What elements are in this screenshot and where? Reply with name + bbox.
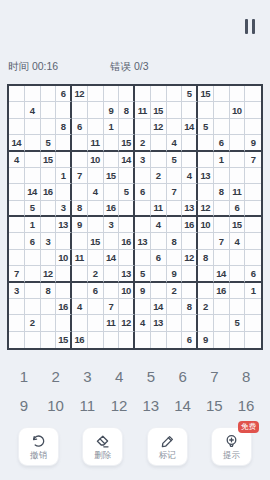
grid-cell-r9c13[interactable]: 10 <box>198 217 214 233</box>
grid-cell-r15c11[interactable] <box>167 315 183 331</box>
grid-cell-r8c5[interactable]: 8 <box>72 201 88 217</box>
undo-label: 撤销 <box>30 451 47 460</box>
grid-cell-r4c2[interactable] <box>25 135 41 151</box>
grid-cell-r15c2[interactable]: 2 <box>25 315 41 331</box>
grid-cell-r16c15[interactable] <box>230 332 246 348</box>
errors-display: 错误 0/3 <box>110 60 149 74</box>
grid-cell-r13c11[interactable]: 2 <box>167 283 183 299</box>
grid-cell-r12c11[interactable]: 9 <box>167 266 183 282</box>
grid-cell-r1c6[interactable] <box>88 86 104 102</box>
grid-cell-r7c3[interactable]: 16 <box>41 184 57 200</box>
grid-cell-r12c2[interactable] <box>25 266 41 282</box>
grid-cell-r5c3[interactable]: 15 <box>41 152 57 168</box>
grid-cell-r14c11[interactable] <box>167 299 183 315</box>
grid-cell-r16c3[interactable] <box>41 332 57 348</box>
grid-cell-r10c1[interactable] <box>9 233 25 249</box>
grid-cell-r6c13[interactable]: 13 <box>198 168 214 184</box>
numpad-key-4[interactable]: 4 <box>103 362 135 391</box>
numpad-key-9[interactable]: 9 <box>8 391 40 420</box>
grid-cell-r1c14[interactable] <box>214 86 230 102</box>
sudoku-board: 6125154981115108611214514511152469415101… <box>7 84 263 350</box>
grid-cell-r7c2[interactable]: 14 <box>25 184 41 200</box>
grid-cell-r3c13[interactable]: 5 <box>198 119 214 135</box>
grid-cell-r2c2[interactable]: 4 <box>25 102 41 118</box>
grid-cell-r2c4[interactable] <box>56 102 72 118</box>
grid-cell-r12c14[interactable]: 14 <box>214 266 230 282</box>
grid-cell-r9c11[interactable] <box>167 217 183 233</box>
grid-cell-r12c1[interactable]: 7 <box>9 266 25 282</box>
grid-cell-r5c4[interactable] <box>56 152 72 168</box>
grid-cell-r16c2[interactable] <box>25 332 41 348</box>
grid-cell-r8c8[interactable] <box>119 201 135 217</box>
grid-cell-r2c7[interactable]: 9 <box>104 102 120 118</box>
grid-cell-r9c8[interactable] <box>119 217 135 233</box>
grid-cell-r11c15[interactable] <box>230 250 246 266</box>
grid-cell-r6c6[interactable] <box>88 168 104 184</box>
grid-cell-r11c11[interactable] <box>167 250 183 266</box>
grid-cell-r15c7[interactable]: 11 <box>104 315 120 331</box>
grid-cell-r5c6[interactable]: 10 <box>88 152 104 168</box>
grid-cell-r13c16[interactable]: 1 <box>245 283 261 299</box>
mark-button[interactable]: 标记 <box>147 427 188 466</box>
grid-cell-r9c6[interactable] <box>88 217 104 233</box>
numpad-key-16[interactable]: 16 <box>230 391 262 420</box>
grid-cell-r11c3[interactable] <box>41 250 57 266</box>
grid-cell-r11c4[interactable]: 10 <box>56 250 72 266</box>
grid-cell-r4c8[interactable]: 15 <box>119 135 135 151</box>
grid-cell-r11c8[interactable] <box>119 250 135 266</box>
grid-cell-r3c4[interactable]: 8 <box>56 119 72 135</box>
grid-cell-r15c9[interactable]: 4 <box>135 315 151 331</box>
grid-cell-r10c13[interactable] <box>198 233 214 249</box>
grid-cell-r10c8[interactable]: 16 <box>119 233 135 249</box>
grid-cell-r15c10[interactable]: 13 <box>151 315 167 331</box>
pause-icon <box>252 19 255 34</box>
grid-cell-r6c3[interactable] <box>41 168 57 184</box>
grid-cell-r4c1[interactable]: 14 <box>9 135 25 151</box>
grid-cell-r7c4[interactable] <box>56 184 72 200</box>
hint-label: 提示 <box>223 451 240 460</box>
grid-cell-r2c10[interactable]: 15 <box>151 102 167 118</box>
grid-cell-r9c12[interactable]: 16 <box>182 217 198 233</box>
grid-cell-r5c1[interactable]: 4 <box>9 152 25 168</box>
grid-cell-r11c7[interactable]: 14 <box>104 250 120 266</box>
grid-cell-r6c15[interactable] <box>230 168 246 184</box>
grid-cell-r8c16[interactable] <box>245 201 261 217</box>
grid-cell-r7c10[interactable] <box>151 184 167 200</box>
grid-cell-r14c10[interactable]: 14 <box>151 299 167 315</box>
grid-cell-r13c13[interactable] <box>198 283 214 299</box>
hint-button[interactable]: 免费 提示 <box>211 427 252 466</box>
grid-cell-r5c16[interactable]: 7 <box>245 152 261 168</box>
grid-cell-r15c16[interactable] <box>245 315 261 331</box>
grid-cell-r6c8[interactable] <box>119 168 135 184</box>
grid-cell-r14c2[interactable] <box>25 299 41 315</box>
grid-cell-r6c2[interactable] <box>25 168 41 184</box>
grid-cell-r7c11[interactable]: 7 <box>167 184 183 200</box>
numpad-key-12[interactable]: 12 <box>103 391 135 420</box>
numpad-key-3[interactable]: 3 <box>72 362 104 391</box>
numpad-key-13[interactable]: 13 <box>135 391 167 420</box>
grid-cell-r5c10[interactable] <box>151 152 167 168</box>
grid-cell-r6c4[interactable]: 1 <box>56 168 72 184</box>
grid-cell-r10c2[interactable]: 6 <box>25 233 41 249</box>
grid-cell-r16c12[interactable]: 6 <box>182 332 198 348</box>
grid-cell-r16c13[interactable]: 9 <box>198 332 214 348</box>
grid-cell-r15c12[interactable] <box>182 315 198 331</box>
grid-cell-r2c14[interactable] <box>214 102 230 118</box>
grid-cell-r16c16[interactable] <box>245 332 261 348</box>
grid-cell-r14c13[interactable]: 2 <box>198 299 214 315</box>
grid-cell-r6c5[interactable]: 7 <box>72 168 88 184</box>
grid-cell-r10c11[interactable]: 8 <box>167 233 183 249</box>
grid-cell-r5c2[interactable] <box>25 152 41 168</box>
grid-cell-r12c7[interactable] <box>104 266 120 282</box>
grid-cell-r8c13[interactable]: 12 <box>198 201 214 217</box>
grid-cell-r4c12[interactable] <box>182 135 198 151</box>
grid-cell-r12c4[interactable] <box>56 266 72 282</box>
grid-cell-r16c7[interactable] <box>104 332 120 348</box>
grid-cell-r13c15[interactable] <box>230 283 246 299</box>
undo-icon <box>31 434 46 449</box>
grid-cell-r13c1[interactable]: 3 <box>9 283 25 299</box>
grid-cell-r5c15[interactable] <box>230 152 246 168</box>
grid-cell-r9c1[interactable] <box>9 217 25 233</box>
numpad-key-1[interactable]: 1 <box>8 362 40 391</box>
grid-cell-r14c14[interactable] <box>214 299 230 315</box>
grid-cell-r8c4[interactable]: 3 <box>56 201 72 217</box>
mark-label: 标记 <box>159 451 176 460</box>
grid-cell-r6c1[interactable] <box>9 168 25 184</box>
grid-cell-r9c9[interactable] <box>135 217 151 233</box>
grid-cell-r7c6[interactable]: 4 <box>88 184 104 200</box>
grid-cell-r4c16[interactable]: 9 <box>245 135 261 151</box>
numpad-key-2[interactable]: 2 <box>40 362 72 391</box>
grid-cell-r1c12[interactable]: 5 <box>182 86 198 102</box>
grid-cell-r10c10[interactable] <box>151 233 167 249</box>
grid-cell-r4c11[interactable]: 4 <box>167 135 183 151</box>
grid-cell-r3c1[interactable] <box>9 119 25 135</box>
grid-cell-r13c4[interactable] <box>56 283 72 299</box>
grid-cell-r5c11[interactable]: 5 <box>167 152 183 168</box>
numpad-key-15[interactable]: 15 <box>199 391 231 420</box>
grid-cell-r10c4[interactable] <box>56 233 72 249</box>
grid-cell-r11c1[interactable] <box>9 250 25 266</box>
time-display: 时间 00:16 <box>8 60 58 74</box>
grid-cell-r10c12[interactable] <box>182 233 198 249</box>
grid-cell-r16c10[interactable] <box>151 332 167 348</box>
grid-cell-r1c10[interactable] <box>151 86 167 102</box>
grid-cell-r8c14[interactable] <box>214 201 230 217</box>
number-pad: 12345678 910111213141516 <box>0 362 270 420</box>
grid-cell-r15c1[interactable] <box>9 315 25 331</box>
grid-cell-r2c8[interactable]: 8 <box>119 102 135 118</box>
grid-cell-r9c15[interactable]: 15 <box>230 217 246 233</box>
grid-cell-r8c15[interactable]: 6 <box>230 201 246 217</box>
delete-label: 删除 <box>94 451 111 460</box>
grid-cell-r16c4[interactable]: 15 <box>56 332 72 348</box>
grid-cell-r16c8[interactable] <box>119 332 135 348</box>
grid-cell-r3c5[interactable]: 6 <box>72 119 88 135</box>
grid-cell-r15c3[interactable] <box>41 315 57 331</box>
grid-cell-r13c9[interactable]: 9 <box>135 283 151 299</box>
grid-cell-r12c12[interactable] <box>182 266 198 282</box>
grid-cell-r12c13[interactable] <box>198 266 214 282</box>
grid-cell-r4c5[interactable] <box>72 135 88 151</box>
grid-cell-r16c9[interactable] <box>135 332 151 348</box>
eraser-icon <box>95 434 110 449</box>
grid-cell-r12c6[interactable]: 2 <box>88 266 104 282</box>
grid-cell-r15c15[interactable]: 5 <box>230 315 246 331</box>
grid-cell-r4c4[interactable] <box>56 135 72 151</box>
grid-cell-r7c13[interactable] <box>198 184 214 200</box>
grid-cell-r8c2[interactable]: 5 <box>25 201 41 217</box>
grid-cell-r12c5[interactable] <box>72 266 88 282</box>
grid-cell-r2c6[interactable] <box>88 102 104 118</box>
grid-cell-r6c12[interactable]: 4 <box>182 168 198 184</box>
grid-cell-r10c7[interactable] <box>104 233 120 249</box>
grid-cell-r14c1[interactable] <box>9 299 25 315</box>
grid-cell-r11c14[interactable] <box>214 250 230 266</box>
grid-cell-r4c15[interactable] <box>230 135 246 151</box>
grid-cell-r2c13[interactable] <box>198 102 214 118</box>
grid-cell-r8c3[interactable] <box>41 201 57 217</box>
grid-cell-r7c15[interactable]: 11 <box>230 184 246 200</box>
grid-cell-r8c11[interactable] <box>167 201 183 217</box>
numpad-key-5[interactable]: 5 <box>135 362 167 391</box>
grid-cell-r16c14[interactable] <box>214 332 230 348</box>
numpad-key-8[interactable]: 8 <box>230 362 262 391</box>
grid-cell-r8c6[interactable] <box>88 201 104 217</box>
grid-cell-r14c9[interactable] <box>135 299 151 315</box>
grid-cell-r15c5[interactable] <box>72 315 88 331</box>
grid-cell-r2c15[interactable]: 10 <box>230 102 246 118</box>
grid-cell-r15c8[interactable]: 12 <box>119 315 135 331</box>
grid-cell-r5c13[interactable] <box>198 152 214 168</box>
grid-cell-r6c10[interactable]: 2 <box>151 168 167 184</box>
grid-cell-r4c14[interactable]: 6 <box>214 135 230 151</box>
grid-cell-r9c7[interactable]: 3 <box>104 217 120 233</box>
grid-cell-r11c6[interactable] <box>88 250 104 266</box>
grid-cell-r1c8[interactable] <box>119 86 135 102</box>
grid-cell-r1c4[interactable]: 6 <box>56 86 72 102</box>
grid-cell-r7c16[interactable] <box>245 184 261 200</box>
grid-cell-r14c16[interactable] <box>245 299 261 315</box>
grid-cell-r14c6[interactable] <box>88 299 104 315</box>
number-pad-row-1: 12345678 <box>0 362 270 391</box>
grid-cell-r13c10[interactable] <box>151 283 167 299</box>
grid-cell-r6c7[interactable]: 15 <box>104 168 120 184</box>
grid-cell-r4c7[interactable] <box>104 135 120 151</box>
grid-cell-r10c6[interactable]: 15 <box>88 233 104 249</box>
grid-cell-r9c3[interactable] <box>41 217 57 233</box>
grid-cell-r13c3[interactable]: 8 <box>41 283 57 299</box>
grid-cell-r10c9[interactable]: 13 <box>135 233 151 249</box>
grid-cell-r1c15[interactable] <box>230 86 246 102</box>
grid-cell-r12c8[interactable]: 13 <box>119 266 135 282</box>
grid-cell-r5c14[interactable]: 1 <box>214 152 230 168</box>
grid-cell-r7c9[interactable]: 6 <box>135 184 151 200</box>
grid-cell-r10c16[interactable] <box>245 233 261 249</box>
grid-cell-r4c9[interactable]: 2 <box>135 135 151 151</box>
grid-cell-r7c7[interactable] <box>104 184 120 200</box>
grid-cell-r16c6[interactable] <box>88 332 104 348</box>
grid-cell-r11c13[interactable]: 8 <box>198 250 214 266</box>
grid-cell-r2c12[interactable] <box>182 102 198 118</box>
grid-cell-r3c14[interactable] <box>214 119 230 135</box>
grid-cell-r13c14[interactable]: 16 <box>214 283 230 299</box>
grid-cell-r16c1[interactable] <box>9 332 25 348</box>
grid-cell-r5c8[interactable]: 14 <box>119 152 135 168</box>
grid-cell-r14c15[interactable] <box>230 299 246 315</box>
grid-cell-r15c6[interactable] <box>88 315 104 331</box>
hint-bulb-icon <box>224 434 239 449</box>
grid-cell-r11c9[interactable] <box>135 250 151 266</box>
grid-cell-r1c13[interactable]: 15 <box>198 86 214 102</box>
grid-cell-r12c3[interactable]: 12 <box>41 266 57 282</box>
grid-cell-r1c11[interactable] <box>167 86 183 102</box>
grid-cell-r3c8[interactable] <box>119 119 135 135</box>
grid-cell-r12c16[interactable]: 6 <box>245 266 261 282</box>
grid-cell-r14c4[interactable]: 16 <box>56 299 72 315</box>
grid-cell-r7c8[interactable]: 5 <box>119 184 135 200</box>
grid-cell-r3c12[interactable]: 14 <box>182 119 198 135</box>
pause-button[interactable] <box>239 17 261 35</box>
grid-cell-r3c6[interactable] <box>88 119 104 135</box>
grid-cell-r3c16[interactable] <box>245 119 261 135</box>
grid-cell-r7c14[interactable]: 8 <box>214 184 230 200</box>
grid-cell-r3c7[interactable]: 1 <box>104 119 120 135</box>
grid-cell-r2c5[interactable] <box>72 102 88 118</box>
grid-cell-r8c1[interactable] <box>9 201 25 217</box>
grid-cell-r13c5[interactable] <box>72 283 88 299</box>
grid-cell-r16c5[interactable]: 16 <box>72 332 88 348</box>
grid-cell-r13c8[interactable]: 10 <box>119 283 135 299</box>
grid-cell-r2c1[interactable] <box>9 102 25 118</box>
grid-cell-r9c16[interactable] <box>245 217 261 233</box>
grid-cell-r5c7[interactable] <box>104 152 120 168</box>
numpad-key-10[interactable]: 10 <box>40 391 72 420</box>
grid-cell-r5c5[interactable] <box>72 152 88 168</box>
grid-cell-r6c9[interactable] <box>135 168 151 184</box>
grid-cell-r14c5[interactable]: 4 <box>72 299 88 315</box>
numpad-key-11[interactable]: 11 <box>72 391 104 420</box>
grid-cell-r1c7[interactable] <box>104 86 120 102</box>
numpad-key-7[interactable]: 7 <box>199 362 231 391</box>
numpad-key-6[interactable]: 6 <box>167 362 199 391</box>
grid-cell-r6c11[interactable] <box>167 168 183 184</box>
grid-cell-r13c6[interactable]: 6 <box>88 283 104 299</box>
pause-icon <box>245 19 248 34</box>
grid-cell-r1c9[interactable] <box>135 86 151 102</box>
info-row: 时间 00:16 错误 0/3 <box>0 60 270 74</box>
undo-button[interactable]: 撤销 <box>18 427 59 466</box>
grid-cell-r8c9[interactable] <box>135 201 151 217</box>
grid-cell-r1c1[interactable] <box>9 86 25 102</box>
grid-cell-r14c8[interactable] <box>119 299 135 315</box>
grid-cell-r1c3[interactable] <box>41 86 57 102</box>
grid-cell-r7c5[interactable] <box>72 184 88 200</box>
grid-cell-r15c4[interactable] <box>56 315 72 331</box>
grid-cell-r5c12[interactable] <box>182 152 198 168</box>
grid-cell-r13c12[interactable] <box>182 283 198 299</box>
free-badge: 免费 <box>238 421 259 433</box>
grid-cell-r14c12[interactable]: 8 <box>182 299 198 315</box>
grid-cell-r5c9[interactable]: 3 <box>135 152 151 168</box>
grid-cell-r6c16[interactable] <box>245 168 261 184</box>
grid-cell-r12c9[interactable]: 5 <box>135 266 151 282</box>
grid-cell-r3c2[interactable] <box>25 119 41 135</box>
grid-cell-r6c14[interactable] <box>214 168 230 184</box>
grid-cell-r9c14[interactable] <box>214 217 230 233</box>
grid-cell-r4c3[interactable]: 5 <box>41 135 57 151</box>
grid-cell-r11c16[interactable] <box>245 250 261 266</box>
number-pad-row-2: 910111213141516 <box>0 391 270 420</box>
grid-cell-r13c2[interactable] <box>25 283 41 299</box>
grid-cell-r10c3[interactable]: 3 <box>41 233 57 249</box>
grid-cell-r1c16[interactable] <box>245 86 261 102</box>
grid-cell-r11c10[interactable]: 6 <box>151 250 167 266</box>
grid-cell-r15c14[interactable] <box>214 315 230 331</box>
grid-cell-r11c12[interactable]: 12 <box>182 250 198 266</box>
grid-cell-r12c10[interactable] <box>151 266 167 282</box>
grid-cell-r9c2[interactable]: 1 <box>25 217 41 233</box>
toolbar: 撤销 删除 标记 免费 提示 <box>0 427 270 466</box>
grid-cell-r7c1[interactable] <box>9 184 25 200</box>
pencil-icon <box>160 434 175 449</box>
grid-cell-r9c4[interactable]: 13 <box>56 217 72 233</box>
grid-cell-r3c9[interactable] <box>135 119 151 135</box>
grid-cell-r2c11[interactable] <box>167 102 183 118</box>
grid-cell-r8c7[interactable]: 16 <box>104 201 120 217</box>
grid-cell-r4c10[interactable] <box>151 135 167 151</box>
grid-cell-r2c3[interactable] <box>41 102 57 118</box>
grid-cell-r10c14[interactable]: 7 <box>214 233 230 249</box>
grid-cell-r13c7[interactable] <box>104 283 120 299</box>
grid-cell-r2c16[interactable] <box>245 102 261 118</box>
grid-cell-r10c15[interactable]: 4 <box>230 233 246 249</box>
grid-cell-r10c5[interactable] <box>72 233 88 249</box>
grid-cell-r3c11[interactable] <box>167 119 183 135</box>
grid-cell-r8c10[interactable]: 11 <box>151 201 167 217</box>
grid-cell-r3c10[interactable]: 12 <box>151 119 167 135</box>
grid-cell-r1c5[interactable]: 12 <box>72 86 88 102</box>
grid-cell-r4c6[interactable]: 11 <box>88 135 104 151</box>
grid-cell-r12c15[interactable] <box>230 266 246 282</box>
grid-cell-r14c3[interactable] <box>41 299 57 315</box>
numpad-key-14[interactable]: 14 <box>167 391 199 420</box>
delete-button[interactable]: 删除 <box>82 427 123 466</box>
grid-cell-r3c3[interactable] <box>41 119 57 135</box>
grid-cell-r8c12[interactable]: 13 <box>182 201 198 217</box>
grid-cell-r16c11[interactable] <box>167 332 183 348</box>
grid-cell-r11c5[interactable]: 11 <box>72 250 88 266</box>
grid-cell-r7c12[interactable] <box>182 184 198 200</box>
grid-cell-r11c2[interactable] <box>25 250 41 266</box>
grid-cell-r1c2[interactable] <box>25 86 41 102</box>
grid-cell-r9c10[interactable]: 4 <box>151 217 167 233</box>
grid-cell-r2c9[interactable]: 11 <box>135 102 151 118</box>
grid-cell-r14c7[interactable]: 7 <box>104 299 120 315</box>
grid-cell-r4c13[interactable] <box>198 135 214 151</box>
grid-cell-r3c15[interactable] <box>230 119 246 135</box>
grid-cell-r9c5[interactable]: 9 <box>72 217 88 233</box>
grid-cell-r15c13[interactable] <box>198 315 214 331</box>
